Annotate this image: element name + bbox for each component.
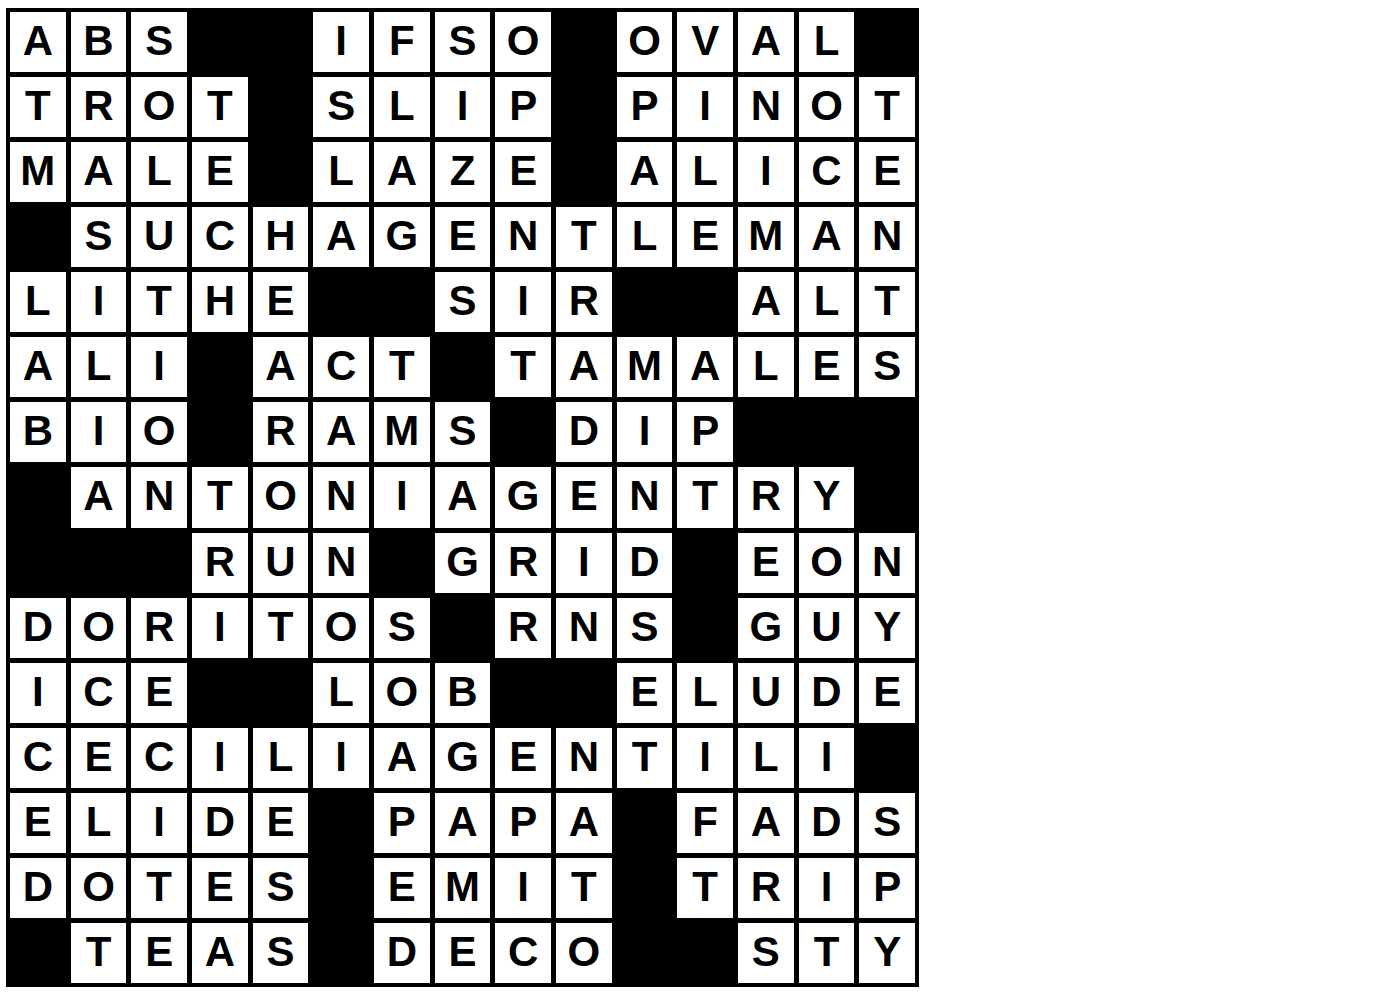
- block-cell: [556, 663, 612, 723]
- block-cell: [556, 12, 612, 72]
- letter-cell[interactable]: V: [677, 12, 733, 72]
- letter-cell[interactable]: E: [131, 663, 187, 723]
- block-cell: [192, 402, 248, 462]
- letter-cell[interactable]: I: [313, 12, 369, 72]
- letter-cell[interactable]: P: [859, 858, 915, 918]
- letter-cell[interactable]: L: [313, 663, 369, 723]
- letter-cell[interactable]: E: [131, 923, 187, 983]
- letter-cell[interactable]: I: [799, 858, 855, 918]
- letter-cell[interactable]: Z: [435, 142, 491, 202]
- letter-cell[interactable]: D: [10, 858, 66, 918]
- letter-cell[interactable]: E: [10, 793, 66, 853]
- block-cell: [374, 533, 430, 593]
- letter-cell[interactable]: E: [435, 923, 491, 983]
- letter-cell[interactable]: O: [131, 402, 187, 462]
- letter-cell[interactable]: N: [859, 533, 915, 593]
- letter-cell[interactable]: D: [374, 923, 430, 983]
- letter-cell[interactable]: S: [71, 207, 127, 267]
- letter-cell[interactable]: S: [131, 12, 187, 72]
- letter-cell[interactable]: R: [131, 598, 187, 658]
- letter-cell[interactable]: O: [313, 598, 369, 658]
- letter-cell[interactable]: E: [859, 663, 915, 723]
- letter-cell[interactable]: H: [192, 272, 248, 332]
- block-cell: [556, 77, 612, 137]
- letter-cell[interactable]: R: [192, 533, 248, 593]
- letter-cell[interactable]: A: [374, 728, 430, 788]
- block-cell: [10, 467, 66, 527]
- letter-cell[interactable]: E: [859, 142, 915, 202]
- letter-cell[interactable]: A: [313, 402, 369, 462]
- block-cell: [10, 923, 66, 983]
- letter-cell[interactable]: G: [495, 467, 551, 527]
- letter-cell[interactable]: S: [313, 77, 369, 137]
- letter-cell[interactable]: E: [495, 728, 551, 788]
- letter-cell[interactable]: E: [556, 467, 612, 527]
- letter-cell[interactable]: L: [253, 728, 309, 788]
- letter-cell[interactable]: H: [253, 207, 309, 267]
- letter-cell[interactable]: T: [677, 858, 733, 918]
- letter-cell[interactable]: C: [71, 663, 127, 723]
- letter-cell[interactable]: L: [374, 77, 430, 137]
- letter-cell[interactable]: A: [313, 207, 369, 267]
- letter-cell[interactable]: O: [253, 467, 309, 527]
- letter-cell[interactable]: I: [313, 728, 369, 788]
- letter-cell[interactable]: A: [738, 272, 794, 332]
- letter-cell[interactable]: D: [556, 402, 612, 462]
- letter-cell[interactable]: N: [617, 467, 673, 527]
- letter-cell[interactable]: T: [556, 858, 612, 918]
- letter-cell[interactable]: T: [71, 923, 127, 983]
- block-cell: [435, 337, 491, 397]
- letter-cell[interactable]: O: [799, 77, 855, 137]
- letter-cell[interactable]: T: [10, 77, 66, 137]
- letter-cell[interactable]: R: [738, 858, 794, 918]
- letter-cell[interactable]: A: [10, 12, 66, 72]
- block-cell: [10, 533, 66, 593]
- letter-cell[interactable]: A: [71, 467, 127, 527]
- letter-cell[interactable]: A: [556, 337, 612, 397]
- letter-cell[interactable]: L: [617, 207, 673, 267]
- letter-cell[interactable]: O: [617, 12, 673, 72]
- letter-cell[interactable]: R: [495, 598, 551, 658]
- letter-cell[interactable]: N: [556, 728, 612, 788]
- block-cell: [738, 402, 794, 462]
- letter-cell[interactable]: I: [10, 663, 66, 723]
- crossword-grid: ABSIFSOOVALTROTSLIPPINOTMALELAZEALICESUC…: [6, 8, 919, 987]
- letter-cell[interactable]: N: [131, 467, 187, 527]
- letter-cell[interactable]: D: [10, 598, 66, 658]
- letter-cell[interactable]: E: [495, 142, 551, 202]
- block-cell: [617, 793, 673, 853]
- letter-cell[interactable]: C: [192, 207, 248, 267]
- block-cell: [192, 12, 248, 72]
- letter-cell[interactable]: O: [799, 533, 855, 593]
- letter-cell[interactable]: E: [435, 207, 491, 267]
- letter-cell[interactable]: L: [799, 272, 855, 332]
- letter-cell[interactable]: S: [435, 402, 491, 462]
- letter-cell[interactable]: R: [556, 272, 612, 332]
- letter-cell[interactable]: G: [435, 533, 491, 593]
- letter-cell[interactable]: L: [71, 337, 127, 397]
- letter-cell[interactable]: D: [799, 793, 855, 853]
- letter-cell[interactable]: S: [617, 598, 673, 658]
- letter-cell[interactable]: M: [435, 858, 491, 918]
- letter-cell[interactable]: A: [617, 142, 673, 202]
- letter-cell[interactable]: I: [738, 142, 794, 202]
- letter-cell[interactable]: B: [435, 663, 491, 723]
- letter-cell[interactable]: E: [738, 533, 794, 593]
- block-cell: [253, 77, 309, 137]
- letter-cell[interactable]: S: [859, 337, 915, 397]
- letter-cell[interactable]: P: [495, 793, 551, 853]
- letter-cell[interactable]: Y: [859, 598, 915, 658]
- letter-cell[interactable]: S: [435, 272, 491, 332]
- letter-cell[interactable]: C: [10, 728, 66, 788]
- letter-cell[interactable]: I: [495, 272, 551, 332]
- letter-cell[interactable]: O: [71, 858, 127, 918]
- block-cell: [677, 533, 733, 593]
- block-cell: [253, 142, 309, 202]
- letter-cell[interactable]: E: [253, 272, 309, 332]
- letter-cell[interactable]: T: [253, 598, 309, 658]
- letter-cell[interactable]: A: [677, 337, 733, 397]
- letter-cell[interactable]: A: [374, 142, 430, 202]
- block-cell: [192, 663, 248, 723]
- letter-cell[interactable]: E: [799, 337, 855, 397]
- letter-cell[interactable]: M: [617, 337, 673, 397]
- letter-cell[interactable]: I: [192, 728, 248, 788]
- letter-cell[interactable]: P: [374, 793, 430, 853]
- letter-cell[interactable]: U: [131, 207, 187, 267]
- letter-cell[interactable]: N: [556, 598, 612, 658]
- letter-cell[interactable]: I: [192, 598, 248, 658]
- letter-cell[interactable]: R: [738, 467, 794, 527]
- letter-cell[interactable]: S: [374, 598, 430, 658]
- block-cell: [10, 207, 66, 267]
- letter-cell[interactable]: E: [253, 793, 309, 853]
- letter-cell[interactable]: C: [799, 142, 855, 202]
- block-cell: [617, 923, 673, 983]
- letter-cell[interactable]: C: [495, 923, 551, 983]
- block-cell: [859, 467, 915, 527]
- letter-cell[interactable]: I: [131, 793, 187, 853]
- letter-cell[interactable]: M: [374, 402, 430, 462]
- letter-cell[interactable]: A: [253, 337, 309, 397]
- letter-cell[interactable]: G: [435, 728, 491, 788]
- letter-cell[interactable]: O: [495, 12, 551, 72]
- letter-cell[interactable]: N: [495, 207, 551, 267]
- letter-cell[interactable]: P: [677, 402, 733, 462]
- block-cell: [313, 858, 369, 918]
- letter-cell[interactable]: M: [10, 142, 66, 202]
- letter-cell[interactable]: E: [192, 142, 248, 202]
- letter-cell[interactable]: L: [738, 337, 794, 397]
- letter-cell[interactable]: F: [374, 12, 430, 72]
- block-cell: [435, 598, 491, 658]
- letter-cell[interactable]: E: [71, 728, 127, 788]
- letter-cell[interactable]: C: [313, 337, 369, 397]
- letter-cell[interactable]: M: [738, 207, 794, 267]
- letter-cell[interactable]: I: [677, 77, 733, 137]
- letter-cell[interactable]: L: [10, 272, 66, 332]
- letter-cell[interactable]: I: [131, 337, 187, 397]
- letter-cell[interactable]: I: [495, 858, 551, 918]
- letter-cell[interactable]: L: [71, 793, 127, 853]
- letter-cell[interactable]: G: [374, 207, 430, 267]
- letter-cell[interactable]: P: [617, 77, 673, 137]
- letter-cell[interactable]: T: [859, 77, 915, 137]
- letter-cell[interactable]: A: [192, 923, 248, 983]
- block-cell: [617, 272, 673, 332]
- letter-cell[interactable]: A: [10, 337, 66, 397]
- letter-cell[interactable]: U: [253, 533, 309, 593]
- letter-cell[interactable]: L: [799, 12, 855, 72]
- letter-cell[interactable]: R: [253, 402, 309, 462]
- block-cell: [495, 402, 551, 462]
- letter-cell[interactable]: A: [435, 467, 491, 527]
- letter-cell[interactable]: O: [131, 77, 187, 137]
- letter-cell[interactable]: I: [799, 728, 855, 788]
- letter-cell[interactable]: N: [313, 533, 369, 593]
- block-cell: [253, 12, 309, 72]
- letter-cell[interactable]: I: [71, 272, 127, 332]
- letter-cell[interactable]: B: [10, 402, 66, 462]
- block-cell: [192, 337, 248, 397]
- block-cell: [677, 272, 733, 332]
- letter-cell[interactable]: I: [556, 533, 612, 593]
- letter-cell[interactable]: E: [374, 858, 430, 918]
- letter-cell[interactable]: U: [799, 598, 855, 658]
- block-cell: [859, 12, 915, 72]
- block-cell: [799, 402, 855, 462]
- letter-cell[interactable]: T: [131, 272, 187, 332]
- letter-cell[interactable]: G: [738, 598, 794, 658]
- letter-cell[interactable]: S: [859, 793, 915, 853]
- block-cell: [617, 858, 673, 918]
- letter-cell[interactable]: T: [374, 337, 430, 397]
- letter-cell[interactable]: A: [738, 793, 794, 853]
- letter-cell[interactable]: Y: [859, 923, 915, 983]
- letter-cell[interactable]: D: [617, 533, 673, 593]
- block-cell: [859, 728, 915, 788]
- letter-cell[interactable]: A: [556, 793, 612, 853]
- letter-cell[interactable]: L: [131, 142, 187, 202]
- letter-cell[interactable]: C: [131, 728, 187, 788]
- letter-cell[interactable]: L: [313, 142, 369, 202]
- letter-cell[interactable]: E: [617, 663, 673, 723]
- letter-cell[interactable]: T: [192, 467, 248, 527]
- letter-cell[interactable]: S: [435, 12, 491, 72]
- letter-cell[interactable]: R: [495, 533, 551, 593]
- letter-cell[interactable]: L: [738, 728, 794, 788]
- letter-cell[interactable]: B: [71, 12, 127, 72]
- letter-cell[interactable]: U: [738, 663, 794, 723]
- letter-cell[interactable]: T: [799, 923, 855, 983]
- letter-cell[interactable]: N: [313, 467, 369, 527]
- block-cell: [677, 598, 733, 658]
- letter-cell[interactable]: P: [495, 77, 551, 137]
- letter-cell[interactable]: E: [192, 858, 248, 918]
- letter-cell[interactable]: S: [738, 923, 794, 983]
- block-cell: [71, 533, 127, 593]
- letter-cell[interactable]: A: [71, 142, 127, 202]
- letter-cell[interactable]: D: [192, 793, 248, 853]
- letter-cell[interactable]: R: [71, 77, 127, 137]
- letter-cell[interactable]: I: [677, 728, 733, 788]
- letter-cell[interactable]: A: [799, 207, 855, 267]
- letter-cell[interactable]: T: [677, 467, 733, 527]
- letter-cell[interactable]: O: [71, 598, 127, 658]
- letter-cell[interactable]: T: [556, 207, 612, 267]
- letter-cell[interactable]: L: [677, 663, 733, 723]
- block-cell: [313, 793, 369, 853]
- letter-cell[interactable]: A: [435, 793, 491, 853]
- letter-cell[interactable]: T: [192, 77, 248, 137]
- letter-cell[interactable]: T: [617, 728, 673, 788]
- block-cell: [677, 923, 733, 983]
- block-cell: [131, 533, 187, 593]
- letter-cell[interactable]: T: [495, 337, 551, 397]
- letter-cell[interactable]: A: [738, 12, 794, 72]
- letter-cell[interactable]: S: [253, 858, 309, 918]
- letter-cell[interactable]: T: [131, 858, 187, 918]
- block-cell: [859, 402, 915, 462]
- block-cell: [495, 663, 551, 723]
- letter-cell[interactable]: I: [71, 402, 127, 462]
- letter-cell[interactable]: N: [859, 207, 915, 267]
- letter-cell[interactable]: I: [617, 402, 673, 462]
- letter-cell[interactable]: O: [374, 663, 430, 723]
- block-cell: [253, 663, 309, 723]
- letter-cell[interactable]: Y: [799, 467, 855, 527]
- letter-cell[interactable]: I: [374, 467, 430, 527]
- letter-cell[interactable]: E: [677, 207, 733, 267]
- block-cell: [374, 272, 430, 332]
- letter-cell[interactable]: T: [859, 272, 915, 332]
- letter-cell[interactable]: I: [435, 77, 491, 137]
- letter-cell[interactable]: S: [253, 923, 309, 983]
- block-cell: [556, 142, 612, 202]
- letter-cell[interactable]: O: [556, 923, 612, 983]
- block-cell: [313, 272, 369, 332]
- letter-cell[interactable]: F: [677, 793, 733, 853]
- letter-cell[interactable]: L: [677, 142, 733, 202]
- block-cell: [313, 923, 369, 983]
- letter-cell[interactable]: D: [799, 663, 855, 723]
- letter-cell[interactable]: N: [738, 77, 794, 137]
